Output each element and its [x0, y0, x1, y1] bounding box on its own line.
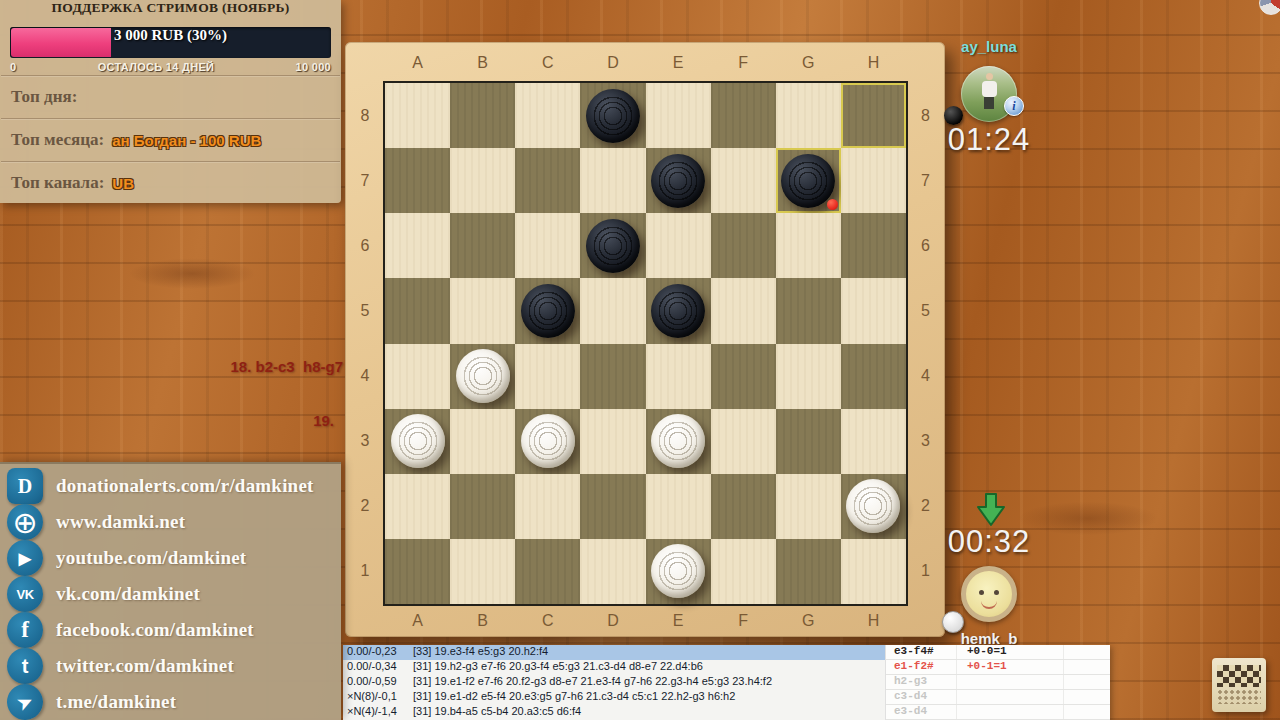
black-piece[interactable] [651, 154, 705, 208]
square-c6[interactable] [515, 213, 580, 278]
smiley-eye [979, 590, 984, 595]
square-a1[interactable] [385, 539, 450, 604]
file-label: D [607, 612, 619, 630]
square-b8[interactable] [450, 83, 515, 148]
twitter-icon: t [7, 648, 43, 684]
facebook-icon: f [7, 612, 43, 648]
candidate-result [957, 690, 1064, 704]
link-youtube[interactable]: ▶ youtube.com/damkinet [0, 540, 341, 576]
square-c1[interactable] [515, 539, 580, 604]
white-piece[interactable] [456, 349, 510, 403]
rank-label: 8 [921, 107, 930, 125]
engine-variation: [33] 19.e3-f4 e5:g3 20.h2:f4 [413, 645, 548, 660]
file-labels-bottom: ABCDEFGH [385, 604, 906, 637]
file-label: E [673, 612, 684, 630]
square-b4[interactable] [450, 344, 515, 409]
link-telegram[interactable]: ➤ t.me/damkinet [0, 684, 341, 720]
square-g1[interactable] [776, 539, 841, 604]
telegram-icon: ➤ [1, 678, 49, 720]
top-channel-row: Топ канала: UB [1, 161, 340, 204]
square-c7[interactable] [515, 148, 580, 213]
donation-progress-label: 3 000 RUB (30%) [10, 27, 331, 58]
candidate-move-row[interactable]: e1-f2#+0-1=1 [886, 660, 1110, 675]
file-label: E [673, 54, 684, 72]
square-b2[interactable] [450, 474, 515, 539]
file-label: G [802, 612, 814, 630]
engine-line[interactable]: 0.00/-0,34[31] 19.h2-g3 e7-f6 20.g3-f4 e… [343, 660, 885, 675]
smiley-mouth [981, 598, 997, 609]
move-list-line: 19. [150, 412, 343, 430]
square-d6[interactable] [580, 213, 645, 278]
square-a4[interactable] [385, 344, 450, 409]
white-piece[interactable] [521, 414, 575, 468]
candidate-move: e1-f2# [886, 660, 957, 674]
square-c5[interactable] [515, 278, 580, 343]
mini-board-graphic [1217, 665, 1261, 687]
white-piece[interactable] [391, 414, 445, 468]
engine-variation: [31] 19.e1-d2 e5-f4 20.e3:g5 g7-h6 21.c3… [413, 690, 735, 705]
square-h2[interactable] [841, 474, 906, 539]
square-g5[interactable] [776, 278, 841, 343]
engine-eval: ×N(8)/-0,1 [343, 690, 413, 705]
square-f7[interactable] [711, 148, 776, 213]
rank-label: 5 [361, 302, 370, 320]
square-d3[interactable] [580, 409, 645, 474]
white-piece[interactable] [846, 479, 900, 533]
square-d5[interactable] [580, 278, 645, 343]
engine-variation: [31] 19.e1-f2 e7-f6 20.f2-g3 d8-e7 21.e3… [413, 675, 772, 690]
youtube-icon: ▶ [7, 540, 43, 576]
top-month-value: ан Богдан - 100 RUB [112, 132, 261, 149]
square-f8[interactable] [711, 83, 776, 148]
square-e5[interactable] [646, 278, 711, 343]
file-label: G [802, 54, 814, 72]
last-move-marker [827, 199, 838, 210]
donation-title: ПОДДЕРЖКА СТРИМОВ (НОЯБРЬ) [0, 0, 341, 26]
rank-label: 2 [361, 497, 370, 515]
square-h7[interactable] [841, 148, 906, 213]
avatar-photo-figure [986, 73, 993, 80]
candidate-move-row[interactable]: e3-f4#+0-0=1 [886, 645, 1110, 660]
social-links-panel: D donationalerts.com/r/damkinet ⊕ www.da… [0, 462, 341, 720]
square-g7[interactable] [776, 148, 841, 213]
square-b7[interactable] [450, 148, 515, 213]
square-c8[interactable] [515, 83, 580, 148]
square-g4[interactable] [776, 344, 841, 409]
top-channel-label: Топ канала: [11, 173, 104, 193]
rank-labels-left: 87654321 [345, 83, 385, 604]
square-e6[interactable] [646, 213, 711, 278]
board-panel: ABCDEFGH ABCDEFGH 87654321 87654321 [345, 42, 945, 637]
link-donationalerts[interactable]: D donationalerts.com/r/damkinet [0, 468, 341, 504]
black-piece[interactable] [651, 284, 705, 338]
candidate-result: +0-1=1 [957, 660, 1064, 674]
rank-label: 6 [921, 237, 930, 255]
square-a8[interactable] [385, 83, 450, 148]
square-a3[interactable] [385, 409, 450, 474]
square-g3[interactable] [776, 409, 841, 474]
white-piece[interactable] [651, 544, 705, 598]
file-label: C [542, 54, 554, 72]
donation-panel: ПОДДЕРЖКА СТРИМОВ (НОЯБРЬ) 3 000 RUB (30… [0, 0, 341, 203]
engine-lines: 0.00/-0,23[33] 19.e3-f4 e5:g3 20.h2:f40.… [343, 645, 885, 720]
rank-label: 4 [921, 367, 930, 385]
file-label: A [412, 54, 423, 72]
checkers-app-icon[interactable] [1212, 658, 1266, 712]
square-g8[interactable] [776, 83, 841, 148]
square-c3[interactable] [515, 409, 580, 474]
vk-icon: VK [7, 576, 43, 612]
black-piece[interactable] [586, 219, 640, 273]
corner-badge-icon [1259, 0, 1280, 15]
square-h1[interactable] [841, 539, 906, 604]
top-channel-value: UB [112, 175, 134, 192]
black-piece[interactable] [586, 89, 640, 143]
file-label: H [868, 612, 880, 630]
square-e1[interactable] [646, 539, 711, 604]
square-c4[interactable] [515, 344, 580, 409]
candidate-result [957, 675, 1064, 689]
square-d7[interactable] [580, 148, 645, 213]
engine-line[interactable]: ×N(4)/-1,4[31] 19.b4-a5 c5-b4 20.a3:c5 d… [343, 705, 885, 720]
rank-label: 4 [361, 367, 370, 385]
globe-icon: ⊕ [7, 504, 43, 540]
square-f1[interactable] [711, 539, 776, 604]
smiley-eye [994, 590, 999, 595]
link-website[interactable]: ⊕ www.damki.net [0, 504, 341, 540]
black-piece[interactable] [521, 284, 575, 338]
square-b6[interactable] [450, 213, 515, 278]
black-piece[interactable] [781, 154, 835, 208]
square-d1[interactable] [580, 539, 645, 604]
engine-eval: 0.00/-0,23 [343, 645, 413, 660]
engine-line[interactable]: ×N(8)/-0,1[31] 19.e1-d2 e5-f4 20.e3:g5 g… [343, 690, 885, 705]
file-label: F [738, 54, 748, 72]
candidate-move: e3-f4# [886, 645, 957, 659]
link-twitter[interactable]: t twitter.com/damkinet [0, 648, 341, 684]
donation-max: 10 000 [296, 61, 331, 73]
rank-label: 6 [361, 237, 370, 255]
move-list-line: 18. b2-c3 h8-g7 [150, 358, 343, 376]
square-a5[interactable] [385, 278, 450, 343]
square-d8[interactable] [580, 83, 645, 148]
square-a6[interactable] [385, 213, 450, 278]
clock-bottom: 00:32 [931, 524, 1047, 560]
rank-label: 3 [361, 432, 370, 450]
top-day-label: Топ дня: [11, 87, 77, 107]
candidate-move: c3-d4 [886, 690, 957, 704]
file-label: B [477, 612, 488, 630]
file-label: C [542, 612, 554, 630]
clock-top: 01:24 [931, 122, 1047, 158]
square-g6[interactable] [776, 213, 841, 278]
square-h4[interactable] [841, 344, 906, 409]
square-e7[interactable] [646, 148, 711, 213]
engine-variation: [31] 19.h2-g3 e7-f6 20.g3-f4 e5:g3 21.c3… [413, 660, 703, 675]
donation-min: 0 [10, 61, 16, 73]
square-b1[interactable] [450, 539, 515, 604]
square-a2[interactable] [385, 474, 450, 539]
square-f3[interactable] [711, 409, 776, 474]
rank-label: 3 [921, 432, 930, 450]
square-d2[interactable] [580, 474, 645, 539]
rank-label: 5 [921, 302, 930, 320]
candidate-move-row[interactable]: h2-g3 [886, 675, 1110, 690]
square-c2[interactable] [515, 474, 580, 539]
file-label: F [738, 612, 748, 630]
square-e2[interactable] [646, 474, 711, 539]
engine-line[interactable]: 0.00/-0,23[33] 19.e3-f4 e5:g3 20.h2:f4 [343, 645, 885, 660]
candidate-result [957, 705, 1064, 719]
candidate-move-row[interactable]: c3-d4 [886, 690, 1110, 705]
avatar-bottom[interactable] [961, 566, 1017, 622]
square-h6[interactable] [841, 213, 906, 278]
engine-variation: [31] 19.b4-a5 c5-b4 20.a3:c5 d6:f4 [413, 705, 581, 720]
file-labels-top: ABCDEFGH [385, 42, 906, 83]
engine-eval: 0.00/-0,34 [343, 660, 413, 675]
rank-label: 1 [921, 562, 930, 580]
square-a7[interactable] [385, 148, 450, 213]
white-piece[interactable] [651, 414, 705, 468]
file-label: H [868, 54, 880, 72]
player-name-top: ay_luna [934, 38, 1044, 55]
square-b3[interactable] [450, 409, 515, 474]
square-d4[interactable] [580, 344, 645, 409]
square-f2[interactable] [711, 474, 776, 539]
file-label: A [412, 612, 423, 630]
candidate-move-row[interactable]: e3-d4 [886, 705, 1110, 720]
analysis-panel: 0.00/-0,23[33] 19.e3-f4 e5:g3 20.h2:f40.… [343, 645, 1110, 720]
rank-label: 1 [361, 562, 370, 580]
rank-label: 2 [921, 497, 930, 515]
candidate-move: e3-d4 [886, 705, 957, 719]
move-list-overlay: 18. b2-c3 h8-g7 19. [150, 322, 343, 448]
rank-label: 7 [361, 172, 370, 190]
square-h3[interactable] [841, 409, 906, 474]
candidate-result: +0-0=1 [957, 645, 1064, 659]
rank-label: 7 [921, 172, 930, 190]
square-b5[interactable] [450, 278, 515, 343]
info-icon[interactable]: i [1004, 96, 1024, 116]
square-e3[interactable] [646, 409, 711, 474]
candidate-move: h2-g3 [886, 675, 957, 689]
square-f6[interactable] [711, 213, 776, 278]
top-day-row: Топ дня: [1, 75, 340, 118]
checkers-board[interactable] [385, 83, 906, 604]
top-month-row: Топ месяца: ан Богдан - 100 RUB [1, 118, 340, 161]
engine-eval: ×N(4)/-1,4 [343, 705, 413, 720]
donation-days-left: ОСТАЛОСЬ 14 ДНЕЙ [98, 61, 215, 73]
top-month-label: Топ месяца: [11, 130, 104, 150]
link-vk[interactable]: VK vk.com/damkinet [0, 576, 341, 612]
candidate-move-table: e3-f4#+0-0=1e1-f2#+0-1=1h2-g3c3-d4e3-d4 [885, 645, 1110, 720]
donation-progress-bar: 3 000 RUB (30%) [10, 27, 331, 58]
square-h5[interactable] [841, 278, 906, 343]
engine-line[interactable]: 0.00/-0,59[31] 19.e1-f2 e7-f6 20.f2-g3 d… [343, 675, 885, 690]
square-e4[interactable] [646, 344, 711, 409]
square-f5[interactable] [711, 278, 776, 343]
engine-eval: 0.00/-0,59 [343, 675, 413, 690]
link-facebook[interactable]: f facebook.com/damkinet [0, 612, 341, 648]
square-f4[interactable] [711, 344, 776, 409]
file-label: D [607, 54, 619, 72]
square-h8[interactable] [841, 83, 906, 148]
file-label: B [477, 54, 488, 72]
rank-label: 8 [361, 107, 370, 125]
square-g2[interactable] [776, 474, 841, 539]
donationalerts-icon: D [7, 468, 43, 504]
square-e8[interactable] [646, 83, 711, 148]
